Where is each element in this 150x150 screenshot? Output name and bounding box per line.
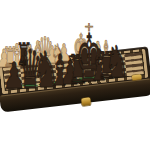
dark-knight: ♞ [105,40,129,84]
light-king-finial: + [84,21,94,33]
pieces-layer: ♟♜♝♜♞♝♛♟♞♟♚♟♝♟♛♞♝♟♜♚+♝♜♞ [0,0,150,150]
chess-set-photo: ♟♜♝♜♞♝♛♟♞♟♚♟♝♟♛♞♝♟♜♚+♝♜♞ [0,0,150,150]
